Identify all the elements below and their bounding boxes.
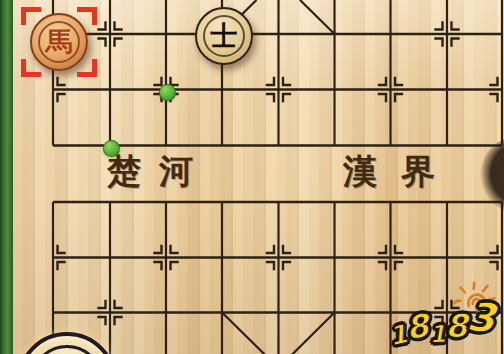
black-advisor[interactable]: 士	[195, 7, 253, 65]
piece-glyph: 馬	[46, 29, 73, 56]
selection-bracket-corner	[77, 59, 97, 77]
selection-bracket-corner	[21, 59, 41, 77]
river-label-chu-he: 楚河	[107, 155, 193, 189]
red-horse[interactable]: 馬	[30, 13, 88, 71]
river-label-han-jie: 漢界	[343, 155, 435, 189]
xiangqi-board[interactable]: 楚河 漢界 馬士 將 18183	[0, 0, 504, 354]
river-character: 漢	[343, 155, 377, 189]
piece-inner-ring	[30, 345, 104, 354]
watermark-digit: 3	[466, 298, 497, 337]
watermark-digit: 8	[404, 312, 430, 344]
move-hint-dot-b4[interactable]	[103, 140, 120, 157]
watermark-digit: 1	[428, 324, 446, 347]
watermark-18183: 18183	[382, 292, 503, 354]
river-character: 河	[159, 155, 193, 189]
watermark-text: 18183	[387, 300, 496, 343]
move-hint-dot-c3[interactable]	[159, 84, 176, 101]
river-character: 楚	[107, 155, 141, 189]
river-character: 界	[401, 155, 435, 189]
piece-glyph: 士	[211, 23, 238, 50]
selection-bracket-corner	[77, 7, 97, 25]
selection-bracket-corner	[21, 7, 41, 25]
